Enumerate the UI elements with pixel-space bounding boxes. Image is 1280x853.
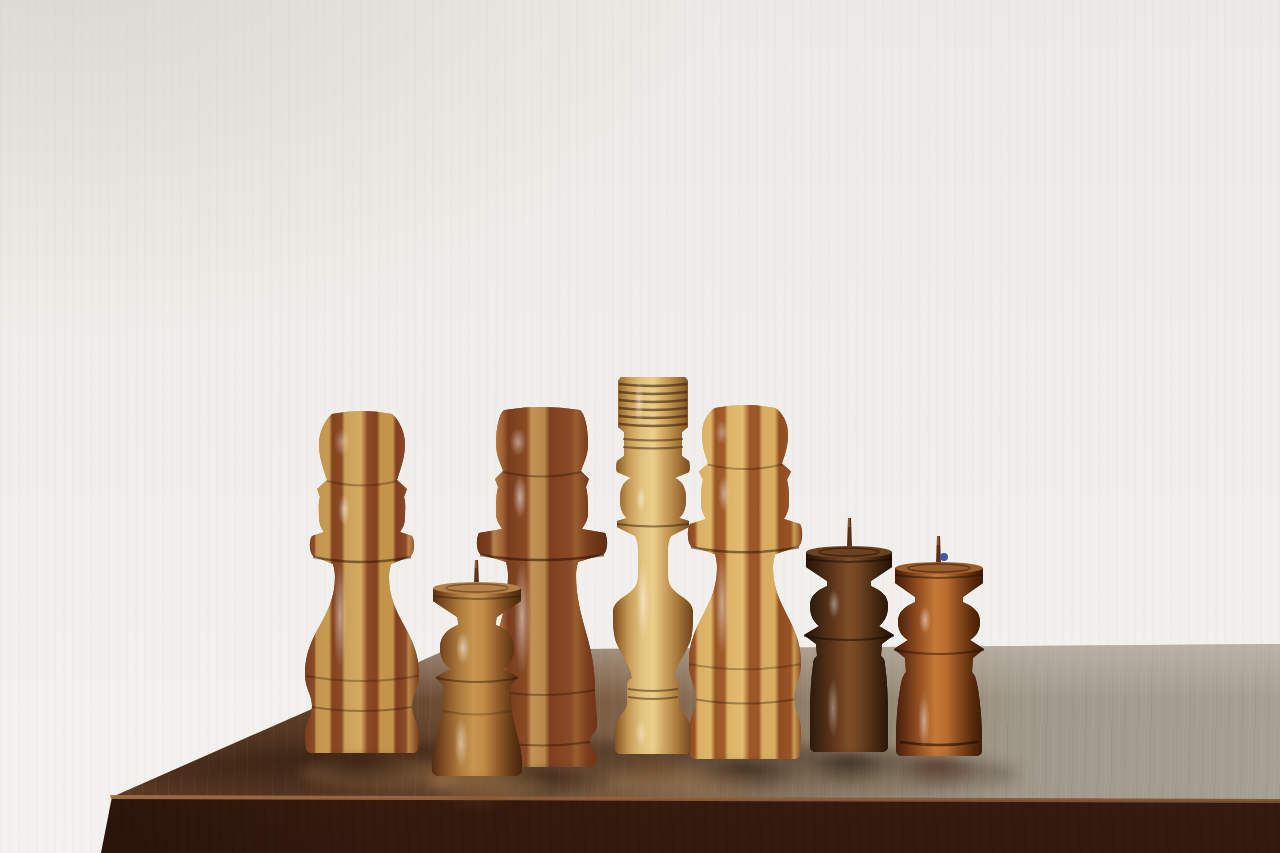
- candleholder-large-striped-right: [682, 398, 808, 763]
- candleholder-small-teak: [891, 536, 987, 760]
- turned-wood-pawn-shape: [300, 406, 424, 756]
- turned-wood-pawn-shape: [682, 398, 808, 763]
- turned-wood-candleholder-shape: [429, 558, 525, 780]
- table-reflection: [895, 760, 983, 791]
- turned-wood-candlestick-shape: [611, 371, 695, 759]
- table-reflection: [433, 780, 521, 811]
- photo-stage: [0, 0, 1280, 853]
- candleholder-small-walnut: [429, 558, 525, 780]
- candlestick-tall-beech: [611, 371, 695, 759]
- turned-wood-candleholder-shape: [801, 518, 897, 756]
- candleholder-small-dark-walnut: [801, 518, 897, 756]
- turned-wood-candleholder-shape: [891, 536, 987, 760]
- table-reflection: [305, 756, 419, 787]
- candleholder-large-striped-left: [300, 406, 424, 756]
- table-reflection: [805, 756, 893, 787]
- table-reflection: [614, 759, 691, 790]
- table-reflection: [687, 763, 803, 794]
- blue-bead: [940, 553, 948, 561]
